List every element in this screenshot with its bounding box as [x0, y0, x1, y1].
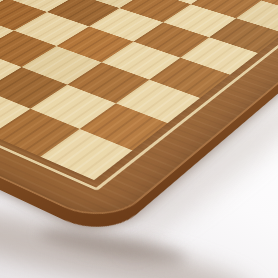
board-frame	[0, 0, 278, 225]
square-f2	[0, 67, 67, 109]
lighting-sheen	[0, 0, 278, 225]
square-f4	[57, 26, 134, 62]
square-g2	[30, 85, 116, 129]
square-h1	[40, 129, 132, 180]
square-f1	[0, 90, 30, 135]
square-h6	[209, 18, 278, 53]
inlay-border-line	[0, 0, 278, 191]
square-e3	[0, 31, 57, 68]
square-h5	[180, 37, 258, 74]
square-g1	[0, 109, 80, 157]
square-f5	[89, 8, 163, 42]
board-drop-shadow-corner	[37, 223, 188, 269]
square-e2	[0, 51, 22, 90]
square-f3	[22, 46, 102, 85]
square-d3	[0, 16, 14, 51]
square-g4	[102, 42, 181, 80]
square-h3	[116, 80, 200, 123]
square-h2	[80, 103, 168, 150]
square-g5	[133, 22, 209, 57]
square-e4	[14, 12, 89, 46]
square-g3	[67, 62, 149, 103]
product-photo-background	[0, 0, 278, 278]
square-h4	[149, 58, 230, 98]
chess-board	[0, 0, 278, 225]
playing-area	[0, 0, 278, 180]
